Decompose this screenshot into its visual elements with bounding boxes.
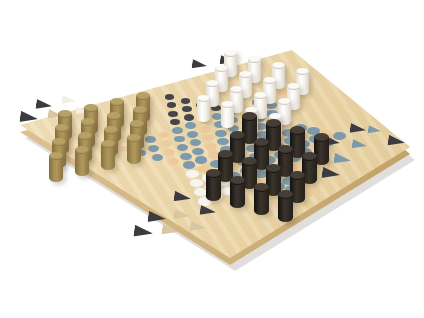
peg-top	[107, 112, 121, 120]
peg-top	[242, 157, 257, 166]
peg-top	[266, 119, 281, 128]
peg-gold[interactable]	[49, 152, 63, 182]
peg-top	[278, 145, 293, 154]
pegs-layer	[0, 0, 424, 318]
peg-top	[242, 112, 257, 121]
peg-gold[interactable]	[127, 134, 141, 164]
peg-top	[218, 150, 233, 159]
peg-gold[interactable]	[75, 146, 89, 176]
peg-top	[254, 138, 269, 147]
peg-top	[81, 118, 95, 126]
peg-black[interactable]	[254, 183, 269, 215]
peg-top	[55, 124, 69, 132]
peg-black[interactable]	[206, 169, 221, 201]
peg-black[interactable]	[230, 176, 245, 208]
peg-top	[206, 169, 221, 178]
peg-white[interactable]	[221, 101, 234, 128]
peg-top	[266, 164, 281, 173]
peg-top	[52, 138, 66, 146]
peg-top	[254, 183, 269, 192]
peg-top	[278, 190, 293, 199]
peg-white[interactable]	[197, 95, 210, 122]
peg-top	[290, 126, 305, 135]
peg-top	[75, 146, 89, 154]
peg-top	[133, 106, 147, 114]
peg-top	[136, 92, 150, 100]
peg-top	[110, 98, 124, 106]
peg-top	[101, 140, 115, 148]
peg-gold[interactable]	[101, 140, 115, 170]
peg-top	[290, 171, 305, 180]
product-photo-scene	[0, 0, 424, 318]
peg-top	[84, 104, 98, 112]
peg-top	[78, 132, 92, 140]
peg-top	[230, 176, 245, 185]
peg-top	[130, 120, 144, 128]
peg-top	[230, 131, 245, 140]
peg-black[interactable]	[278, 190, 293, 222]
peg-top	[104, 126, 118, 134]
peg-top	[127, 134, 141, 142]
peg-top	[58, 110, 72, 118]
peg-top	[49, 152, 63, 160]
peg-top	[314, 133, 329, 142]
peg-top	[302, 152, 317, 161]
